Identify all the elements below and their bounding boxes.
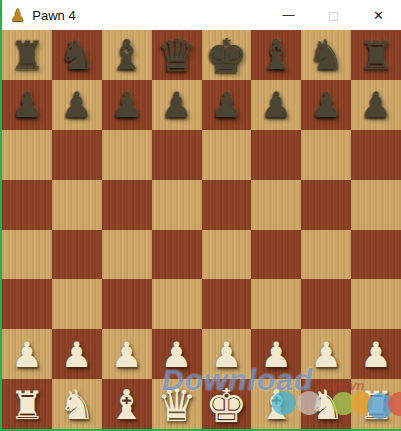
square-e7[interactable]: ♟ (202, 80, 252, 130)
piece-white-pawn[interactable]: ♟ (61, 338, 92, 373)
title-bar: ♟ Pawn 4 — ◻ ✕ (2, 0, 401, 30)
square-b1[interactable]: ♞ (52, 379, 102, 429)
square-h2[interactable]: ♟ (351, 329, 401, 379)
square-b2[interactable]: ♟ (52, 329, 102, 379)
piece-black-pawn[interactable]: ♟ (111, 88, 142, 123)
square-c6[interactable] (102, 130, 152, 180)
square-a4[interactable] (2, 230, 52, 280)
piece-black-pawn[interactable]: ♟ (261, 88, 292, 123)
chess-board: ♜♞♝♛♚♝♞♜♟♟♟♟♟♟♟♟♟♟♟♟♟♟♟♟♜♞♝♛♚♝♞♜ (2, 30, 401, 429)
piece-white-pawn[interactable]: ♟ (261, 338, 292, 373)
square-e4[interactable] (202, 230, 252, 280)
square-e6[interactable] (202, 130, 252, 180)
square-f3[interactable] (251, 279, 301, 329)
square-e2[interactable]: ♟ (202, 329, 252, 379)
piece-black-king[interactable]: ♚ (205, 32, 247, 79)
square-h4[interactable] (351, 230, 401, 280)
piece-white-pawn[interactable]: ♟ (11, 338, 42, 373)
square-c4[interactable] (102, 230, 152, 280)
square-c3[interactable] (102, 279, 152, 329)
piece-white-queen[interactable]: ♛ (156, 383, 196, 428)
square-a3[interactable] (2, 279, 52, 329)
piece-black-bishop[interactable]: ♝ (108, 35, 145, 76)
square-f8[interactable]: ♝ (251, 30, 301, 80)
square-a6[interactable] (2, 130, 52, 180)
piece-black-pawn[interactable]: ♟ (11, 88, 42, 123)
square-f6[interactable] (251, 130, 301, 180)
piece-black-pawn[interactable]: ♟ (61, 88, 92, 123)
square-d6[interactable] (152, 130, 202, 180)
piece-white-knight[interactable]: ♞ (308, 385, 345, 426)
piece-black-knight[interactable]: ♞ (308, 35, 345, 76)
square-g2[interactable]: ♟ (301, 329, 351, 379)
window-controls: — ◻ ✕ (266, 0, 401, 30)
square-b4[interactable] (52, 230, 102, 280)
square-e3[interactable] (202, 279, 252, 329)
square-g8[interactable]: ♞ (301, 30, 351, 80)
piece-black-knight[interactable]: ♞ (58, 35, 95, 76)
pawn-icon: ♟ (10, 7, 25, 24)
close-button[interactable]: ✕ (356, 0, 401, 30)
piece-black-rook[interactable]: ♜ (9, 36, 44, 75)
square-d5[interactable] (152, 180, 202, 230)
piece-black-queen[interactable]: ♛ (156, 33, 196, 78)
piece-white-pawn[interactable]: ♟ (211, 338, 242, 373)
square-h8[interactable]: ♜ (351, 30, 401, 80)
square-h3[interactable] (351, 279, 401, 329)
square-b8[interactable]: ♞ (52, 30, 102, 80)
square-d1[interactable]: ♛ (152, 379, 202, 429)
square-a8[interactable]: ♜ (2, 30, 52, 80)
square-b6[interactable] (52, 130, 102, 180)
square-f4[interactable] (251, 230, 301, 280)
square-g4[interactable] (301, 230, 351, 280)
square-c8[interactable]: ♝ (102, 30, 152, 80)
piece-white-bishop[interactable]: ♝ (108, 385, 145, 426)
square-f1[interactable]: ♝ (251, 379, 301, 429)
square-f5[interactable] (251, 180, 301, 230)
square-c7[interactable]: ♟ (102, 80, 152, 130)
square-e5[interactable] (202, 180, 252, 230)
square-g1[interactable]: ♞ (301, 379, 351, 429)
square-d8[interactable]: ♛ (152, 30, 202, 80)
square-d3[interactable] (152, 279, 202, 329)
square-c1[interactable]: ♝ (102, 379, 152, 429)
square-c5[interactable] (102, 180, 152, 230)
maximize-button[interactable]: ◻ (311, 0, 356, 30)
piece-black-pawn[interactable]: ♟ (310, 88, 341, 123)
square-h1[interactable]: ♜ (351, 379, 401, 429)
square-g6[interactable] (301, 130, 351, 180)
window-title: Pawn 4 (32, 8, 75, 23)
app-window: ♟ Pawn 4 — ◻ ✕ ♜♞♝♛♚♝♞♜♟♟♟♟♟♟♟♟♟♟♟♟♟♟♟♟♜… (0, 0, 401, 431)
piece-white-pawn[interactable]: ♟ (360, 338, 391, 373)
square-b5[interactable] (52, 180, 102, 230)
square-e1[interactable]: ♚ (202, 379, 252, 429)
square-h6[interactable] (351, 130, 401, 180)
square-d4[interactable] (152, 230, 202, 280)
piece-white-pawn[interactable]: ♟ (161, 338, 192, 373)
square-g7[interactable]: ♟ (301, 80, 351, 130)
piece-white-rook[interactable]: ♜ (9, 386, 44, 425)
square-g3[interactable] (301, 279, 351, 329)
piece-white-bishop[interactable]: ♝ (258, 385, 295, 426)
piece-white-king[interactable]: ♚ (205, 382, 247, 429)
piece-white-pawn[interactable]: ♟ (111, 338, 142, 373)
square-a1[interactable]: ♜ (2, 379, 52, 429)
piece-black-pawn[interactable]: ♟ (161, 88, 192, 123)
square-b7[interactable]: ♟ (52, 80, 102, 130)
piece-white-pawn[interactable]: ♟ (310, 338, 341, 373)
piece-black-pawn[interactable]: ♟ (360, 88, 391, 123)
square-g5[interactable] (301, 180, 351, 230)
square-a2[interactable]: ♟ (2, 329, 52, 379)
minimize-button[interactable]: — (266, 0, 311, 30)
square-b3[interactable] (52, 279, 102, 329)
piece-black-pawn[interactable]: ♟ (211, 88, 242, 123)
piece-black-rook[interactable]: ♜ (359, 36, 394, 75)
piece-white-knight[interactable]: ♞ (58, 385, 95, 426)
square-e8[interactable]: ♚ (202, 30, 252, 80)
square-c2[interactable]: ♟ (102, 329, 152, 379)
square-d2[interactable]: ♟ (152, 329, 202, 379)
piece-black-bishop[interactable]: ♝ (258, 35, 295, 76)
square-h5[interactable] (351, 180, 401, 230)
piece-white-rook[interactable]: ♜ (359, 386, 394, 425)
square-d7[interactable]: ♟ (152, 80, 202, 130)
square-a7[interactable]: ♟ (2, 80, 52, 130)
square-h7[interactable]: ♟ (351, 80, 401, 130)
square-f7[interactable]: ♟ (251, 80, 301, 130)
square-a5[interactable] (2, 180, 52, 230)
square-f2[interactable]: ♟ (251, 329, 301, 379)
